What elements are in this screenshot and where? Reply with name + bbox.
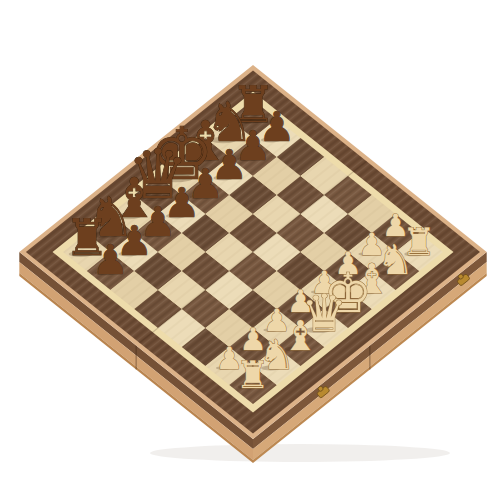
piece-white-rook-a1: ♜ (236, 353, 270, 397)
chess-board: ♜♞♟♝♟♚♟♛♟♝♟♞♟♟♜♟♟♜♟♟♞♟♝♟♚♟♛♟♝♟♞♜ (0, 0, 500, 500)
chess-board-svg: ♜♞♟♝♟♚♟♛♟♝♟♞♟♟♜♟♟♜♟♟♞♟♝♟♚♟♛♟♝♟♞♜ (0, 0, 500, 500)
floor-shadow (150, 444, 450, 462)
product-photo-chess-set: ♜♞♟♝♟♚♟♛♟♝♟♞♟♟♜♟♟♜♟♟♞♟♝♟♚♟♛♟♝♟♞♜ (0, 0, 500, 500)
piece-black-pawn-a7: ♟ (92, 236, 129, 284)
